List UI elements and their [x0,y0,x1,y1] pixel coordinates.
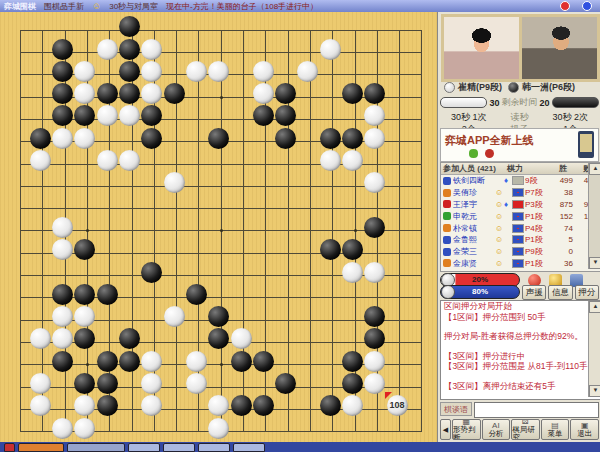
toolbar-button-菜单[interactable]: ▤菜单 [541,419,570,440]
app-title: 弈城围棋 [4,1,36,12]
black-time-value: 20 [540,98,550,108]
flag-icon [512,200,524,209]
side-panel: 崔精(P9段) 韩一洲(P6段) 30 剩余时间 20 30秒 1次 读秒 30… [437,12,600,442]
star-point [220,363,223,366]
grid-line [421,30,422,432]
thumb-icon [443,224,451,232]
player-name: 吴侑珍 [453,187,495,198]
taskbar-tab[interactable] [233,443,265,452]
white-stone [320,150,341,171]
player-names-row: 崔精(P9段) 韩一洲(P6段) [438,80,600,94]
info-button[interactable]: 信息 [548,285,572,300]
star-point [86,229,89,232]
webcam-black-player [519,14,600,82]
black-stone [119,351,140,372]
white-stone [364,262,385,283]
white-player-name: 崔精(P9段) [458,81,502,94]
black-stone [97,395,118,416]
bet-button[interactable]: 押分 [575,285,599,300]
white-stone [342,262,363,283]
white-stone: 108 [387,395,408,416]
star-point [220,96,223,99]
taskbar-tab[interactable] [198,443,230,452]
black-stone [97,83,118,104]
star-point [220,229,223,232]
white-stone [74,128,95,149]
black-stone [320,239,341,260]
black-stone [231,395,252,416]
white-stone [297,61,318,82]
window-minimize-icon[interactable] [582,1,592,11]
remaining-time-label: 剩余时间 [502,96,538,109]
chat-input[interactable] [474,402,599,418]
black-stone [97,373,118,394]
thumb-icon [443,236,451,244]
player-wins: 152 [551,212,573,221]
black-stone [141,128,162,149]
flag-icon [512,188,524,197]
black-stone [231,351,252,372]
white-time-value: 30 [489,98,499,108]
banner-text: 弈城APP全新上线 [445,133,534,148]
taskbar-tab[interactable] [18,443,64,452]
remaining-time-row: 30 剩余时间 20 [440,96,599,109]
grid-line [399,30,400,432]
white-stone [52,128,73,149]
white-stone [119,150,140,171]
black-stone-icon [508,82,519,93]
player-list-rows: 铁剑四断♦9段499431吴侑珍☺P7段3868王泽宇☺♦P3段875954申乾… [441,175,600,269]
black-stone [52,83,73,104]
white-stone [342,395,363,416]
white-stone [364,172,385,193]
white-stone [364,373,385,394]
player-wins: 36 [551,259,573,268]
white-stone [186,61,207,82]
black-stone [364,83,385,104]
white-stone [97,150,118,171]
black-stone [253,395,274,416]
black-stone [74,328,95,349]
white-stone [364,351,385,372]
white-stone [30,395,51,416]
face-icon: ☺ [495,247,504,256]
flag-icon [512,212,524,221]
player-wins: 875 [551,200,573,209]
black-stone [30,128,51,149]
flag-icon [512,176,524,185]
thumb-icon [443,259,451,267]
player-wins: 0 [551,247,573,256]
white-stone [74,306,95,327]
white-stone [364,105,385,126]
chat-input-label[interactable]: 棋谈语 [440,402,472,416]
white-stone [141,395,162,416]
player-wins: 499 [551,176,573,185]
toolbar-label: 退出 [577,430,592,438]
white-stone [52,418,73,439]
player-rank: P1段 [525,234,551,245]
player-wins: 74 [551,224,573,233]
diamond-icon: ♦ [504,176,512,185]
flag-icon [512,235,524,244]
header-wins: 胜 [545,163,567,174]
white-stone [97,39,118,60]
white-stone [74,61,95,82]
collapse-button[interactable]: ◀ [440,419,451,440]
face-icon: ☺ [495,200,504,209]
chat-line: 押分对局-胜者获得总押分数的92%。 [441,331,600,342]
grid-line [310,30,311,432]
player-rank: P4段 [525,223,551,234]
white-stone [141,373,162,394]
black-stone [364,217,385,238]
chat-lines: 区间押分对局开始【1区间】押分范围到 50手押分对局-胜者获得总押分数的92%。… [441,301,600,391]
black-stone [320,395,341,416]
thumb-icon [443,177,451,185]
player-list-scrollbar[interactable]: ▲ ▼ [588,163,600,269]
toolbar-button-棋局研究[interactable]: ⚄棋局研究 [511,419,540,440]
bet-row-blue: 80% 声援 信息 押分 [440,285,599,299]
white-time-bar [440,97,487,108]
player-list-row[interactable]: 王泽宇☺♦P3段875954 [441,199,600,211]
face-icon: ☺ [495,212,504,221]
bottom-toolbar: ◀ ▦形势判断AI分析⚄棋局研究▤菜单▣退出 [440,419,599,440]
black-stone [342,351,363,372]
black-stone [342,239,363,260]
thumb-icon [443,200,451,208]
player-name: 铁剑四断 [453,175,495,186]
white-stone [364,128,385,149]
player-rank: P3段 [525,199,551,210]
white-stone [141,39,162,60]
toolbar-label: 形势判断 [453,426,480,441]
flag-icon [512,224,524,233]
header-rank: 棋力 [507,163,545,174]
white-stone [52,217,73,238]
player-list-header: 参加人员 (421) 棋力 胜 败 [441,163,600,175]
black-player-name: 韩一洲(P6段) [522,81,575,94]
player-list-row[interactable]: 吴侑珍☺P7段3868 [441,187,600,199]
black-stone [52,284,73,305]
black-stone [74,105,95,126]
white-stone [141,83,162,104]
black-stone [320,128,341,149]
black-stone [342,83,363,104]
toolbar-label: 菜单 [548,430,563,438]
face-icon: ☺ [495,188,504,197]
thumb-icon [443,189,451,197]
chat-line [441,372,600,381]
chat-line [441,322,600,331]
window-close-icon[interactable] [560,1,570,11]
black-stone [275,105,296,126]
black-stone [364,306,385,327]
player-list-row[interactable]: 金康贤☺P1段3683 [441,258,600,270]
go-board[interactable]: 108 [0,12,437,442]
white-stone [164,306,185,327]
player-list-row[interactable]: 申乾元☺P1段152124 [441,210,600,222]
player-name: 朴常镇 [453,223,495,234]
taskbar-tab[interactable] [4,443,15,452]
toolbar-button-退出[interactable]: ▣退出 [570,419,599,440]
toolbar-button-形势判断[interactable]: ▦形势判断 [452,419,481,440]
white-stone [164,172,185,193]
white-stone [208,61,229,82]
cheer-button[interactable]: 声援 [522,285,546,300]
white-stone [52,239,73,260]
black-stone [164,83,185,104]
white-stone [97,105,118,126]
white-stone [52,328,73,349]
chat-line: 【1区间】押分范围到 50手 [441,312,600,323]
black-stone [74,284,95,305]
chat-line: 【3区间】押分范围是 从81手-到110手 [441,361,600,372]
flag-icon [512,259,524,268]
white-stone [186,373,207,394]
player-wins: 5 [551,235,573,244]
black-stone [253,105,274,126]
player-name: 金康贤 [453,258,495,269]
toolbar-label: 分析 [488,430,503,438]
white-stone [253,83,274,104]
white-stone [30,328,51,349]
player-list-row[interactable]: 朴常镇☺P4段7482 [441,222,600,234]
webcam-white-player [441,14,522,82]
player-rank: P7段 [525,187,551,198]
chat-line: 区间押分对局开始 [441,301,600,312]
chat-line: 【3区间】押分进行中 [441,351,600,362]
player-rank: 9段 [525,175,551,186]
white-stone [141,61,162,82]
bet-knob-icon [441,285,455,299]
black-stone [186,284,207,305]
black-stone [97,351,118,372]
taskbar-tab[interactable] [128,443,160,452]
scroll-up-icon[interactable]: ▲ [589,301,600,313]
black-stone [119,39,140,60]
black-stone [208,128,229,149]
scroll-up-icon[interactable]: ▲ [589,163,600,175]
player-list-row[interactable]: 铁剑四断♦9段499431 [441,175,600,187]
chat-line [441,342,600,351]
player-rank: P1段 [525,211,551,222]
black-stone [52,39,73,60]
white-stone [141,351,162,372]
face-icon: ☺ [495,235,504,244]
white-stone [320,39,341,60]
player-wins: 38 [551,188,573,197]
toolbar-label: 棋局研究 [512,426,539,441]
black-stone [275,128,296,149]
flag-icon [512,247,524,256]
bet-bar-80[interactable]: 80% [440,285,520,299]
player-name: 王泽宇 [453,199,495,210]
header-participants: 参加人员 (421) [441,163,507,174]
white-stone [30,373,51,394]
chat-area[interactable]: 区间押分对局开始【1区间】押分范围到 50手押分对局-胜者获得总押分数的92%。… [440,300,600,400]
white-stone [253,61,274,82]
player-name: 申乾元 [453,211,495,222]
white-stone [74,418,95,439]
black-stone [74,239,95,260]
white-stone [52,306,73,327]
apple-icon [485,149,494,158]
taskbar-tab[interactable] [163,443,195,452]
toolbar-button-分析[interactable]: AI分析 [482,419,511,440]
white-stone [231,328,252,349]
grid-line [243,30,244,432]
player-list[interactable]: 参加人员 (421) 棋力 胜 败 铁剑四断♦9段499431吴侑珍☺P7段38… [440,162,600,272]
black-stone [364,328,385,349]
black-stone [208,306,229,327]
black-stone [342,373,363,394]
white-stone [208,395,229,416]
title-center-text: 围棋品手新 [44,1,84,12]
thumb-icon [443,212,451,220]
white-stone [186,351,207,372]
black-stone [74,373,95,394]
black-stone [119,16,140,37]
black-stone [52,105,73,126]
title-bar[interactable]: 弈城围棋 围棋品手新 ☺ 30秒与对局室 现在中-方完！美丽的台子（108手进行… [0,0,600,12]
black-stone [119,328,140,349]
black-stone [275,373,296,394]
white-stone [342,150,363,171]
black-stone [253,351,274,372]
title-status-text: 现在中-方完！美丽的台子（108手进行中） [166,1,318,12]
white-stone [119,105,140,126]
white-stone-icon [444,82,455,93]
white-stone [74,83,95,104]
black-stone [275,83,296,104]
player-rank: P9段 [525,246,551,257]
android-icon [469,149,478,158]
black-stone [52,61,73,82]
title-room-text: 30秒与对局室 [109,1,158,12]
taskbar[interactable] [0,442,600,452]
player-name: 金鲁熙 [453,234,495,245]
chat-scrollbar[interactable]: ▲ ▼ [588,301,600,397]
player-list-row[interactable]: 金鲁熙☺P1段521 [441,234,600,246]
black-stone [52,351,73,372]
black-stone [141,105,162,126]
grid-line [332,30,333,432]
app-banner[interactable]: 弈城APP全新上线 [440,128,599,162]
go-client-window: 弈城围棋 围棋品手新 ☺ 30秒与对局室 现在中-方完！美丽的台子（108手进行… [0,0,600,452]
phone-icon [578,131,594,158]
white-stone [208,418,229,439]
black-stone [119,61,140,82]
player-name: 金荣三 [453,246,495,257]
player-rank: P1段 [525,258,551,269]
black-stone [208,328,229,349]
chat-input-row: 棋谈语 [440,402,599,416]
last-move-marker-icon [385,392,392,399]
face-icon: ☺ [495,224,504,233]
face-icon: ☺ [495,259,504,268]
scroll-down-icon[interactable]: ▼ [589,385,600,397]
black-stone [141,262,162,283]
black-stone [97,284,118,305]
diamond-icon: ♦ [504,200,512,209]
black-stone [119,83,140,104]
white-stone [74,395,95,416]
white-stone [30,150,51,171]
chat-line: 【3区间】离押分结束还有5手 [441,381,600,392]
thumb-icon [443,248,451,256]
scroll-down-icon[interactable]: ▼ [589,257,600,269]
taskbar-tab[interactable] [67,443,125,452]
black-time-bar [552,97,599,108]
player-list-row[interactable]: 金荣三☺P9段00 [441,246,600,258]
smiley-icon: ☺ [92,1,101,11]
star-point [86,363,89,366]
black-stone [342,128,363,149]
